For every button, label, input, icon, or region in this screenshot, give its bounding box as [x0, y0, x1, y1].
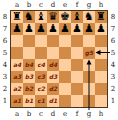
square-name-label-a4: a4	[13, 59, 21, 71]
square-c4[interactable]: c4	[35, 59, 47, 71]
square-name-label-a1: a1	[13, 95, 21, 107]
square-h3[interactable]	[95, 71, 107, 83]
file-label-top-h: h	[95, 0, 107, 10]
square-e4[interactable]	[59, 59, 71, 71]
square-d3[interactable]: d3	[47, 71, 59, 83]
rank-label-right-1: 1	[108, 96, 118, 106]
square-c1[interactable]: c1	[35, 95, 47, 107]
piece-black-pawn: ♟	[12, 23, 22, 35]
square-name-label-a3: a3	[13, 71, 21, 83]
square-a6[interactable]	[11, 35, 23, 47]
rank-label-left-8: 8	[0, 12, 10, 22]
square-c6[interactable]	[35, 35, 47, 47]
file-label-bottom-d: d	[47, 109, 59, 119]
square-f5[interactable]	[71, 47, 83, 59]
file-label-top-c: c	[35, 0, 47, 10]
rank-label-right-3: 3	[108, 72, 118, 82]
square-e6[interactable]	[59, 35, 71, 47]
square-b4[interactable]: b4	[23, 59, 35, 71]
file-label-top-d: d	[47, 0, 59, 10]
square-f7[interactable]: ♟	[71, 23, 83, 35]
piece-black-pawn: ♟	[60, 23, 70, 35]
file-label-top-e: e	[59, 0, 71, 10]
piece-black-pawn: ♟	[84, 23, 94, 35]
square-a4[interactable]: a4	[11, 59, 23, 71]
square-b7[interactable]: ♟	[23, 23, 35, 35]
square-h1[interactable]	[95, 95, 107, 107]
square-g1[interactable]	[83, 95, 95, 107]
square-g3[interactable]	[83, 71, 95, 83]
file-label-bottom-a: a	[11, 109, 23, 119]
square-name-label-d4: d4	[49, 59, 57, 71]
file-label-bottom-e: e	[59, 109, 71, 119]
square-d7[interactable]: ♟	[47, 23, 59, 35]
square-g4[interactable]	[83, 59, 95, 71]
square-d1[interactable]: d1	[47, 95, 59, 107]
square-f6[interactable]	[71, 35, 83, 47]
square-name-label-d3: d3	[49, 71, 57, 83]
rank-label-right-2: 2	[108, 84, 118, 94]
file-label-bottom-f: f	[71, 109, 83, 119]
square-h4[interactable]	[95, 59, 107, 71]
square-b3[interactable]: b3	[23, 71, 35, 83]
rank-label-right-5: 5	[108, 48, 118, 58]
square-a7[interactable]: ♟	[11, 23, 23, 35]
file-label-bottom-h: h	[95, 109, 107, 119]
square-b1[interactable]: b1	[23, 95, 35, 107]
square-name-label-b3: b3	[25, 71, 33, 83]
square-b5[interactable]	[23, 47, 35, 59]
square-name-label-b4: b4	[25, 59, 33, 71]
square-name-label-d1: d1	[49, 95, 57, 107]
square-e7[interactable]: ♟	[59, 23, 71, 35]
notation-diagram: ♜♞♝♛♚♝♞♜♟♟♟♟♟♟♟♟g5a4b4c4d4a3b3c3d3a2b2c2…	[0, 0, 118, 120]
rank-label-right-8: 8	[108, 12, 118, 22]
rank-label-left-3: 3	[0, 72, 10, 82]
file-label-bottom-c: c	[35, 109, 47, 119]
file-label-top-b: b	[23, 0, 35, 10]
piece-black-pawn: ♟	[96, 23, 106, 35]
rank-label-right-6: 6	[108, 36, 118, 46]
square-name-label-a2: a2	[13, 83, 21, 95]
square-g2[interactable]	[83, 83, 95, 95]
square-f4[interactable]	[71, 59, 83, 71]
square-c7[interactable]: ♟	[35, 23, 47, 35]
square-d4[interactable]: d4	[47, 59, 59, 71]
square-g6[interactable]	[83, 35, 95, 47]
file-label-bottom-g: g	[83, 109, 95, 119]
rank-label-left-6: 6	[0, 36, 10, 46]
rank-label-left-2: 2	[0, 84, 10, 94]
square-c3[interactable]: c3	[35, 71, 47, 83]
square-f3[interactable]	[71, 71, 83, 83]
square-c5[interactable]	[35, 47, 47, 59]
square-name-label-b2: b2	[25, 83, 33, 95]
square-h5[interactable]	[95, 47, 107, 59]
square-a1[interactable]: a1	[11, 95, 23, 107]
square-c2[interactable]: c2	[35, 83, 47, 95]
rank-label-right-7: 7	[108, 24, 118, 34]
piece-black-pawn: ♟	[48, 23, 58, 35]
square-h6[interactable]	[95, 35, 107, 47]
square-g7[interactable]: ♟	[83, 23, 95, 35]
square-d2[interactable]: d2	[47, 83, 59, 95]
square-name-label-d2: d2	[49, 83, 57, 95]
square-b6[interactable]	[23, 35, 35, 47]
square-name-label-c1: c1	[37, 95, 45, 107]
highlight-square-label: g5	[85, 47, 93, 59]
square-g5[interactable]: g5	[83, 47, 95, 59]
square-name-label-c4: c4	[37, 59, 45, 71]
rank-label-left-4: 4	[0, 60, 10, 70]
file-label-top-a: a	[11, 0, 23, 10]
rank-label-left-5: 5	[0, 48, 10, 58]
file-label-bottom-b: b	[23, 109, 35, 119]
square-name-label-c2: c2	[37, 83, 45, 95]
square-h2[interactable]	[95, 83, 107, 95]
square-name-label-b1: b1	[25, 95, 33, 107]
square-a2[interactable]: a2	[11, 83, 23, 95]
piece-black-pawn: ♟	[36, 23, 46, 35]
square-f2[interactable]	[71, 83, 83, 95]
board: ♜♞♝♛♚♝♞♜♟♟♟♟♟♟♟♟g5a4b4c4d4a3b3c3d3a2b2c2…	[10, 10, 108, 108]
file-label-top-f: f	[71, 0, 83, 10]
rank-label-left-7: 7	[0, 24, 10, 34]
rank-label-left-1: 1	[0, 96, 10, 106]
square-a5[interactable]	[11, 47, 23, 59]
square-name-label-c3: c3	[37, 71, 45, 83]
square-e5[interactable]	[59, 47, 71, 59]
square-f1[interactable]	[71, 95, 83, 107]
square-b2[interactable]: b2	[23, 83, 35, 95]
square-e2[interactable]	[59, 83, 71, 95]
square-a3[interactable]: a3	[11, 71, 23, 83]
file-label-top-g: g	[83, 0, 95, 10]
square-d5[interactable]	[47, 47, 59, 59]
square-d6[interactable]	[47, 35, 59, 47]
rank-label-right-4: 4	[108, 60, 118, 70]
piece-black-pawn: ♟	[72, 23, 82, 35]
square-e3[interactable]	[59, 71, 71, 83]
piece-black-pawn: ♟	[24, 23, 34, 35]
square-h7[interactable]: ♟	[95, 23, 107, 35]
square-e1[interactable]	[59, 95, 71, 107]
